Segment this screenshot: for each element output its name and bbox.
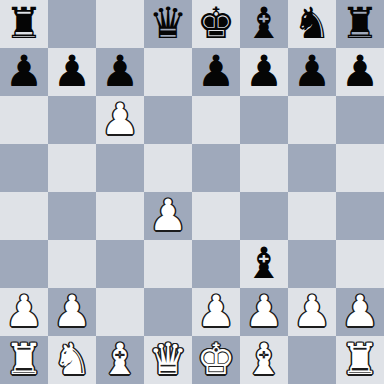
square-g5[interactable]	[288, 144, 336, 192]
square-f3[interactable]: ♝	[240, 240, 288, 288]
square-h7[interactable]: ♟	[336, 48, 384, 96]
square-b6[interactable]	[48, 96, 96, 144]
piece-white-pawn-d4[interactable]: ♟	[149, 192, 188, 239]
square-b5[interactable]	[48, 144, 96, 192]
chess-board: ♜♛♚♝♞♜♟♟♟♟♟♟♟♟♟♝♟♟♟♟♟♟♜♞♝♛♚♝♜	[0, 0, 384, 384]
square-c4[interactable]	[96, 192, 144, 240]
square-c7[interactable]: ♟	[96, 48, 144, 96]
square-b2[interactable]: ♟	[48, 288, 96, 336]
square-b3[interactable]	[48, 240, 96, 288]
square-b4[interactable]	[48, 192, 96, 240]
square-f1[interactable]: ♝	[240, 336, 288, 384]
square-e3[interactable]	[192, 240, 240, 288]
square-a6[interactable]	[0, 96, 48, 144]
piece-black-bishop-f8[interactable]: ♝	[245, 0, 284, 47]
piece-black-pawn-g7[interactable]: ♟	[293, 48, 332, 95]
square-h1[interactable]: ♜	[336, 336, 384, 384]
square-b8[interactable]	[48, 0, 96, 48]
piece-white-pawn-h2[interactable]: ♟	[341, 288, 380, 335]
piece-white-pawn-c6[interactable]: ♟	[101, 96, 140, 143]
square-d4[interactable]: ♟	[144, 192, 192, 240]
piece-white-pawn-e2[interactable]: ♟	[197, 288, 236, 335]
square-d8[interactable]: ♛	[144, 0, 192, 48]
piece-black-queen-d8[interactable]: ♛	[149, 0, 188, 47]
square-h8[interactable]: ♜	[336, 0, 384, 48]
square-g2[interactable]: ♟	[288, 288, 336, 336]
square-c6[interactable]: ♟	[96, 96, 144, 144]
square-f2[interactable]: ♟	[240, 288, 288, 336]
piece-white-bishop-c1[interactable]: ♝	[101, 336, 140, 383]
piece-black-knight-g8[interactable]: ♞	[293, 0, 332, 47]
square-h5[interactable]	[336, 144, 384, 192]
piece-black-pawn-e7[interactable]: ♟	[197, 48, 236, 95]
square-c8[interactable]	[96, 0, 144, 48]
piece-black-bishop-f3[interactable]: ♝	[245, 240, 284, 287]
square-a3[interactable]	[0, 240, 48, 288]
square-c2[interactable]	[96, 288, 144, 336]
square-g3[interactable]	[288, 240, 336, 288]
piece-white-rook-a1[interactable]: ♜	[5, 336, 44, 383]
piece-white-queen-d1[interactable]: ♛	[149, 336, 188, 383]
square-d3[interactable]	[144, 240, 192, 288]
square-g1[interactable]	[288, 336, 336, 384]
piece-black-rook-a8[interactable]: ♜	[5, 0, 44, 47]
square-c1[interactable]: ♝	[96, 336, 144, 384]
square-d2[interactable]	[144, 288, 192, 336]
piece-black-pawn-h7[interactable]: ♟	[341, 48, 380, 95]
square-b1[interactable]: ♞	[48, 336, 96, 384]
square-e7[interactable]: ♟	[192, 48, 240, 96]
piece-black-pawn-f7[interactable]: ♟	[245, 48, 284, 95]
piece-white-pawn-a2[interactable]: ♟	[5, 288, 44, 335]
square-a7[interactable]: ♟	[0, 48, 48, 96]
piece-white-knight-b1[interactable]: ♞	[53, 336, 92, 383]
piece-black-rook-h8[interactable]: ♜	[341, 0, 380, 47]
square-g8[interactable]: ♞	[288, 0, 336, 48]
square-f6[interactable]	[240, 96, 288, 144]
square-h4[interactable]	[336, 192, 384, 240]
piece-white-pawn-f2[interactable]: ♟	[245, 288, 284, 335]
piece-white-pawn-g2[interactable]: ♟	[293, 288, 332, 335]
square-a4[interactable]	[0, 192, 48, 240]
square-h3[interactable]	[336, 240, 384, 288]
square-d7[interactable]	[144, 48, 192, 96]
square-c5[interactable]	[96, 144, 144, 192]
square-e1[interactable]: ♚	[192, 336, 240, 384]
piece-black-king-e8[interactable]: ♚	[197, 0, 236, 47]
square-d5[interactable]	[144, 144, 192, 192]
square-f7[interactable]: ♟	[240, 48, 288, 96]
square-a8[interactable]: ♜	[0, 0, 48, 48]
piece-black-pawn-c7[interactable]: ♟	[101, 48, 140, 95]
square-f5[interactable]	[240, 144, 288, 192]
square-e6[interactable]	[192, 96, 240, 144]
square-e8[interactable]: ♚	[192, 0, 240, 48]
square-e4[interactable]	[192, 192, 240, 240]
square-c3[interactable]	[96, 240, 144, 288]
square-g4[interactable]	[288, 192, 336, 240]
square-d1[interactable]: ♛	[144, 336, 192, 384]
piece-white-bishop-f1[interactable]: ♝	[245, 336, 284, 383]
square-e2[interactable]: ♟	[192, 288, 240, 336]
square-e5[interactable]	[192, 144, 240, 192]
square-d6[interactable]	[144, 96, 192, 144]
square-g7[interactable]: ♟	[288, 48, 336, 96]
square-a1[interactable]: ♜	[0, 336, 48, 384]
piece-white-king-e1[interactable]: ♚	[197, 336, 236, 383]
square-h6[interactable]	[336, 96, 384, 144]
square-f8[interactable]: ♝	[240, 0, 288, 48]
square-g6[interactable]	[288, 96, 336, 144]
square-f4[interactable]	[240, 192, 288, 240]
piece-white-pawn-b2[interactable]: ♟	[53, 288, 92, 335]
piece-white-rook-h1[interactable]: ♜	[341, 336, 380, 383]
square-a2[interactable]: ♟	[0, 288, 48, 336]
square-b7[interactable]: ♟	[48, 48, 96, 96]
square-h2[interactable]: ♟	[336, 288, 384, 336]
piece-black-pawn-b7[interactable]: ♟	[53, 48, 92, 95]
piece-black-pawn-a7[interactable]: ♟	[5, 48, 44, 95]
square-a5[interactable]	[0, 144, 48, 192]
